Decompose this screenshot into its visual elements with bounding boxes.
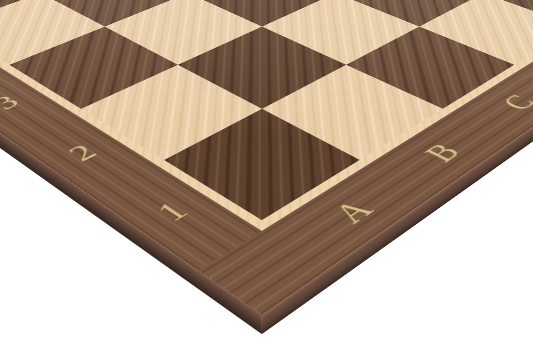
chessboard-photo: 12345678 ABCDEFGH	[0, 0, 533, 355]
chessboard: 12345678 ABCDEFGH	[0, 0, 533, 315]
